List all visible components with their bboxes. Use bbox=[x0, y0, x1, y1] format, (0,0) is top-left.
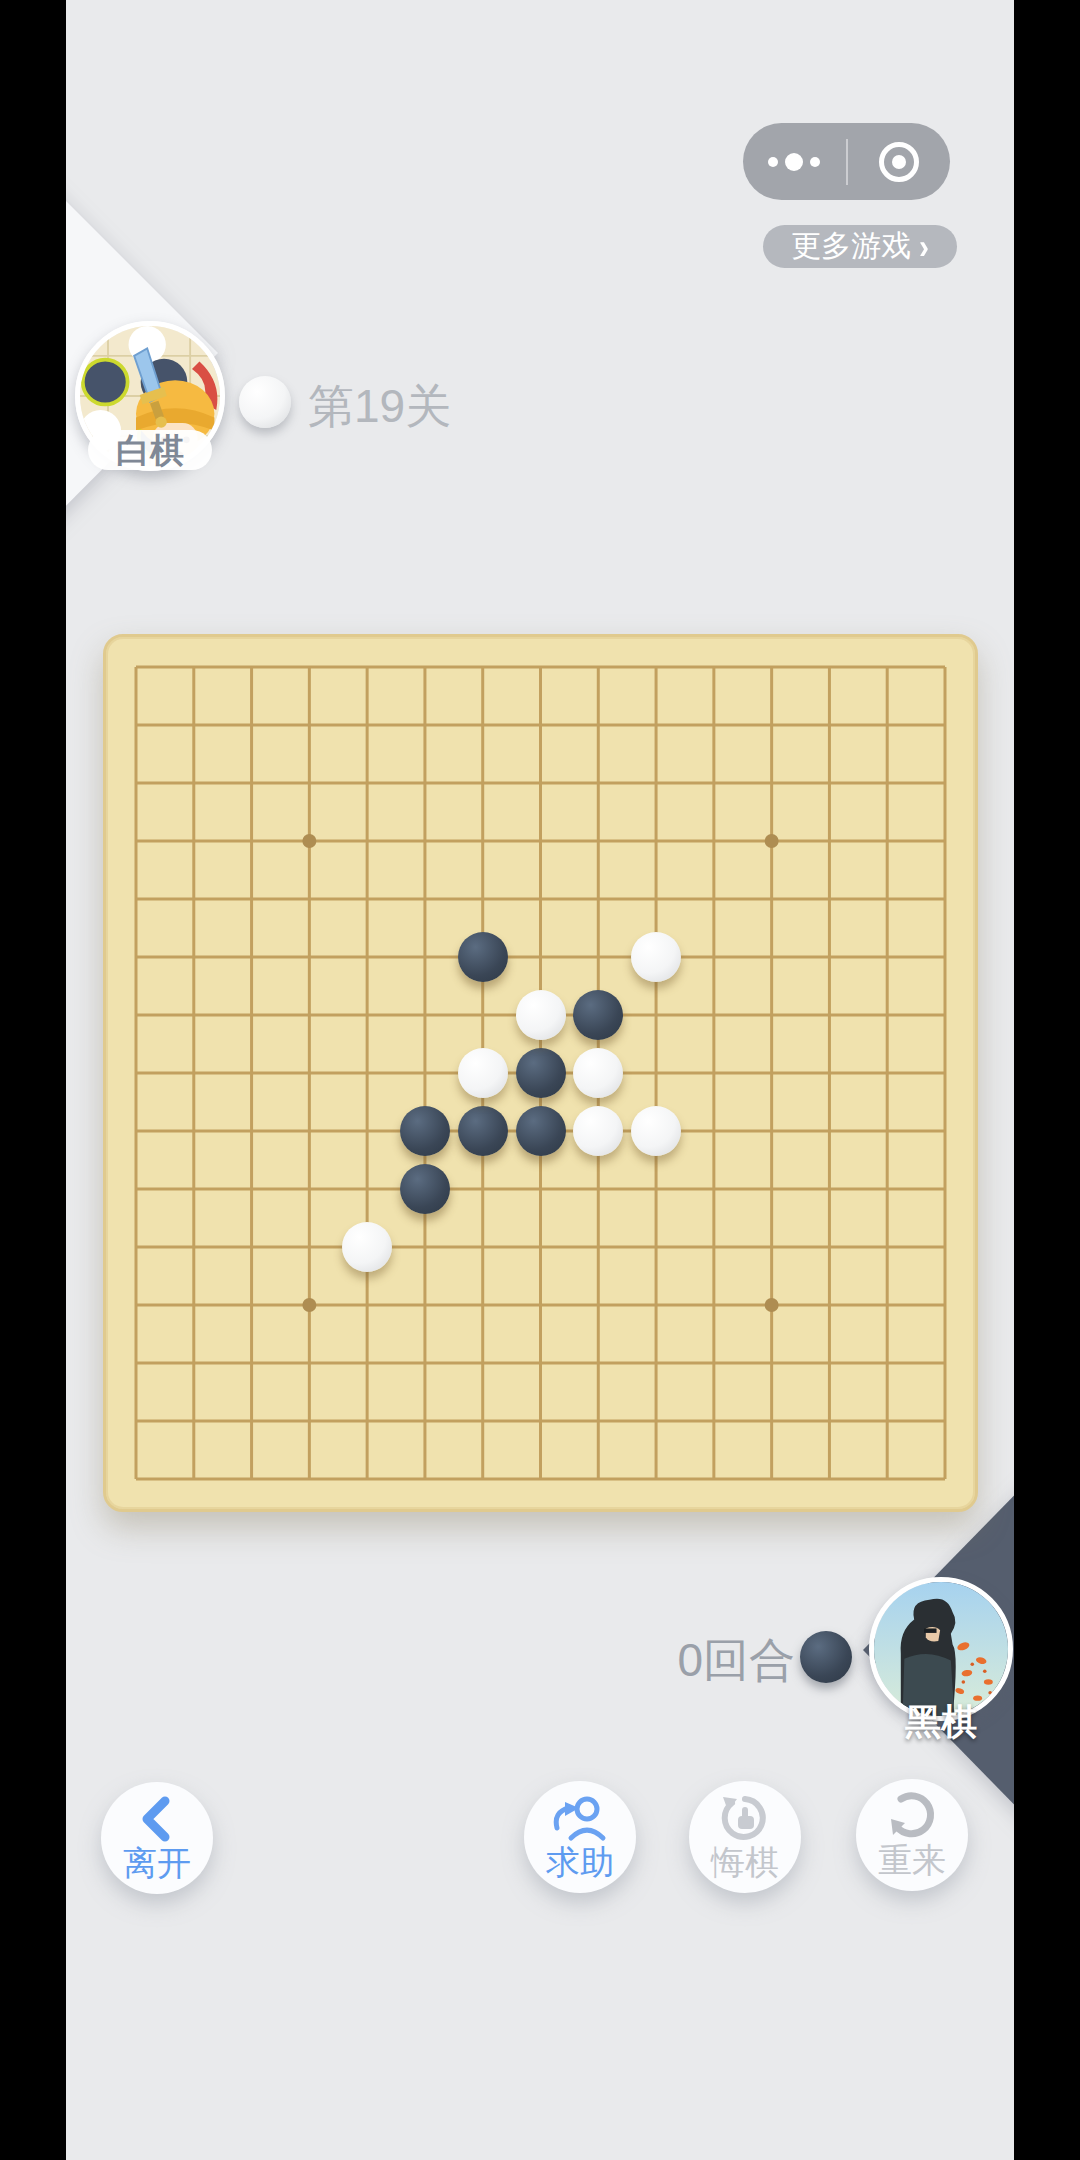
white-stone-I7 bbox=[573, 1106, 623, 1156]
exit-target-icon bbox=[879, 142, 919, 182]
white-stone-G8 bbox=[458, 1048, 508, 1098]
white-stone-J10 bbox=[631, 932, 681, 982]
black-stone-H7 bbox=[516, 1106, 566, 1156]
miniprogram-capsule bbox=[743, 123, 950, 200]
white-player-name: 白棋 bbox=[88, 430, 212, 470]
white-stone-I8 bbox=[573, 1048, 623, 1098]
star-point bbox=[765, 834, 779, 848]
back-chevron-icon bbox=[135, 1794, 179, 1844]
star-point bbox=[302, 1298, 316, 1312]
round-counter: 0回合 bbox=[560, 1630, 795, 1692]
level-label: 第19关 bbox=[308, 376, 451, 438]
more-games-button[interactable]: 更多游戏 › bbox=[763, 225, 957, 268]
undo-move-icon bbox=[720, 1793, 770, 1843]
black-stone-indicator bbox=[800, 1631, 852, 1683]
capsule-close-button[interactable] bbox=[848, 123, 951, 200]
letterbox-right bbox=[1014, 0, 1080, 2160]
restart-label: 重来 bbox=[878, 1841, 946, 1879]
leave-label: 离开 bbox=[123, 1844, 191, 1882]
undo-button[interactable]: 悔棋 bbox=[689, 1781, 801, 1893]
white-stone-indicator bbox=[239, 376, 291, 428]
more-games-label: 更多游戏 bbox=[791, 226, 911, 267]
ask-help-icon bbox=[553, 1793, 607, 1843]
black-stone-F6 bbox=[400, 1164, 450, 1214]
black-stone-I9 bbox=[573, 990, 623, 1040]
game-screen: 更多游戏 › 白棋 第19关 bbox=[0, 0, 1080, 2160]
three-dots-menu-icon bbox=[768, 153, 820, 171]
capsule-menu-button[interactable] bbox=[743, 123, 846, 200]
leave-button[interactable]: 离开 bbox=[101, 1782, 213, 1894]
white-stone-H9 bbox=[516, 990, 566, 1040]
restart-icon bbox=[887, 1791, 937, 1841]
star-point bbox=[302, 834, 316, 848]
help-button[interactable]: 求助 bbox=[524, 1781, 636, 1893]
letterbox-left bbox=[0, 0, 66, 2160]
black-stone-G10 bbox=[458, 932, 508, 982]
star-point bbox=[765, 1298, 779, 1312]
black-stone-F7 bbox=[400, 1106, 450, 1156]
black-stone-H8 bbox=[516, 1048, 566, 1098]
white-stone-J7 bbox=[631, 1106, 681, 1156]
help-label: 求助 bbox=[546, 1843, 614, 1881]
boy-avatar-image bbox=[874, 1582, 1008, 1716]
black-stone-G7 bbox=[458, 1106, 508, 1156]
gomoku-board[interactable] bbox=[103, 634, 978, 1512]
black-player-name: 黑棋 bbox=[875, 1698, 1007, 1747]
undo-label: 悔棋 bbox=[711, 1843, 779, 1881]
white-stone-E5 bbox=[342, 1222, 392, 1272]
chevron-right-icon: › bbox=[919, 227, 929, 266]
restart-button[interactable]: 重来 bbox=[856, 1779, 968, 1891]
